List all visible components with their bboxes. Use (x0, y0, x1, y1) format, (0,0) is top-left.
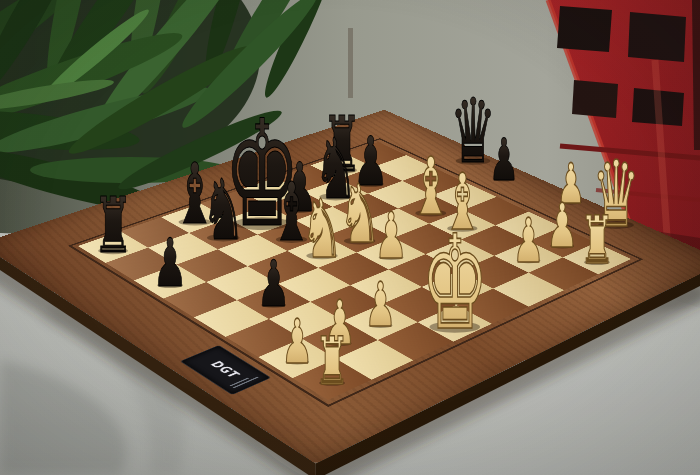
square-b2 (302, 321, 378, 359)
square-g7 (339, 167, 402, 194)
square-g5 (398, 195, 463, 223)
square-e2 (422, 271, 493, 305)
wall-seam (348, 28, 353, 98)
brand-label: DGT (207, 359, 244, 380)
square-f3 (426, 239, 495, 271)
square-c4 (278, 268, 350, 302)
square-f2 (459, 256, 529, 289)
square-c2 (343, 303, 417, 340)
square-c7 (189, 219, 257, 249)
square-g4 (429, 210, 495, 239)
square-g6 (368, 181, 432, 209)
square-f4 (394, 224, 462, 255)
square-d3 (350, 269, 422, 303)
square-e6 (296, 207, 363, 236)
square-e5 (326, 222, 394, 252)
square-g2 (494, 241, 562, 273)
square-c3 (310, 285, 383, 320)
square-e7 (267, 192, 333, 220)
square-c6 (218, 235, 288, 267)
square-c5 (248, 251, 319, 284)
square-b7 (148, 233, 218, 265)
square-d5 (287, 236, 356, 268)
square-f6 (332, 194, 398, 222)
square-f5 (362, 208, 429, 237)
cabinet-pane (557, 6, 612, 52)
square-b3 (269, 302, 344, 339)
square-f7 (303, 179, 368, 207)
square-d2 (383, 287, 456, 322)
square-b5 (206, 266, 278, 300)
cabinet-pane (572, 80, 618, 118)
square-g3 (461, 225, 528, 256)
square-d6 (257, 220, 325, 250)
square-d7 (229, 205, 296, 234)
square-d4 (318, 253, 388, 286)
square-b4 (237, 284, 310, 319)
scene-photo: DGT ♛♜♟♟♞♟♟♝♝♚♛♝♞♝♞♟♜♞♟♟♜♟♟♟♚♟♟♜ (0, 0, 700, 475)
square-b6 (177, 249, 248, 282)
square-e4 (357, 238, 426, 270)
cabinet-pane (628, 12, 686, 62)
square-e3 (389, 254, 459, 287)
